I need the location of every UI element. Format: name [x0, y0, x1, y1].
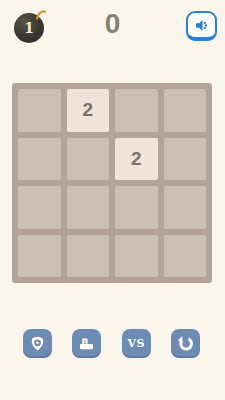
board-cell — [18, 138, 61, 181]
shield-button[interactable] — [23, 329, 52, 358]
podium-number: 1 — [84, 339, 87, 345]
restart-button[interactable] — [171, 329, 200, 358]
board-cell — [67, 186, 110, 229]
sound-button[interactable] — [186, 11, 217, 41]
vs-icon: VS — [127, 338, 144, 349]
tile-2: 2 — [67, 89, 110, 132]
restart-icon — [177, 335, 194, 352]
board-cell — [115, 186, 158, 229]
board-cell — [164, 186, 207, 229]
versus-button[interactable]: VS — [122, 329, 151, 358]
board[interactable]: 22 — [12, 83, 212, 283]
board-cell — [164, 89, 207, 132]
board-cell — [164, 235, 207, 278]
game-screen: 1 0 22 1 — [0, 0, 225, 400]
board-cell — [18, 186, 61, 229]
shield-eye-icon — [29, 335, 46, 352]
board-cell — [67, 138, 110, 181]
toolbar: 1 VS — [23, 329, 200, 358]
board-cell — [115, 235, 158, 278]
board-cell — [67, 235, 110, 278]
board-cell — [164, 138, 207, 181]
tile-2: 2 — [115, 138, 158, 181]
board-cell — [115, 89, 158, 132]
speaker-icon — [193, 17, 210, 34]
board-cell — [18, 89, 61, 132]
leaderboard-button[interactable]: 1 — [72, 329, 101, 358]
board-cell — [18, 235, 61, 278]
leaderboard-podium-icon: 1 — [78, 335, 95, 352]
